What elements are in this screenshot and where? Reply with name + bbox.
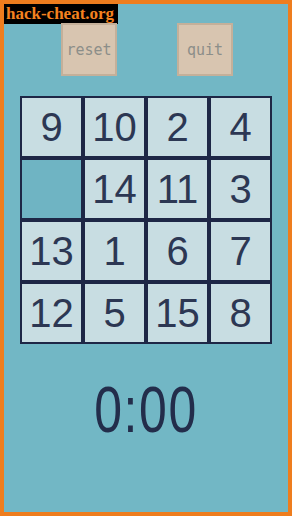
tile-14[interactable]: 14 [83, 158, 146, 220]
app-window: hack-cheat.org reset quit 91024141131316… [0, 0, 292, 516]
tile-8[interactable]: 8 [209, 282, 272, 344]
tile-5[interactable]: 5 [83, 282, 146, 344]
tile-11[interactable]: 11 [146, 158, 209, 220]
tile-15[interactable]: 15 [146, 282, 209, 344]
tile-9[interactable]: 9 [20, 96, 83, 158]
tile-13[interactable]: 13 [20, 220, 83, 282]
empty-tile [20, 158, 83, 220]
tile-3[interactable]: 3 [209, 158, 272, 220]
puzzle-board: 910241411313167125158 [20, 96, 272, 344]
reset-button[interactable]: reset [61, 23, 117, 76]
timer-display: 0:00 [35, 378, 257, 442]
tile-7[interactable]: 7 [209, 220, 272, 282]
watermark: hack-cheat.org [4, 4, 118, 24]
tile-6[interactable]: 6 [146, 220, 209, 282]
tile-1[interactable]: 1 [83, 220, 146, 282]
tile-4[interactable]: 4 [209, 96, 272, 158]
tile-2[interactable]: 2 [146, 96, 209, 158]
tile-12[interactable]: 12 [20, 282, 83, 344]
quit-button[interactable]: quit [177, 23, 233, 76]
tile-10[interactable]: 10 [83, 96, 146, 158]
